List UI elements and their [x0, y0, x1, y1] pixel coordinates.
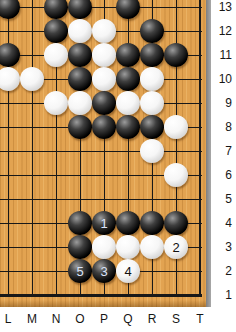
stone-black-L11[interactable] — [0, 43, 20, 67]
grid-line-col-T — [199, 0, 201, 296]
stone-white-P11[interactable] — [92, 43, 116, 67]
move-number-label-O2: 5 — [68, 259, 92, 283]
row-label-9: 9 — [211, 91, 232, 115]
grid-line-row-7 — [0, 151, 202, 152]
stone-white-R9[interactable] — [140, 91, 164, 115]
row-label-4: 4 — [211, 211, 232, 235]
stone-black-O8[interactable] — [68, 115, 92, 139]
stone-black-L13[interactable] — [0, 0, 20, 19]
col-label-S: S — [164, 309, 188, 329]
stone-white-S6[interactable] — [164, 163, 188, 187]
stone-white-R7[interactable] — [140, 139, 164, 163]
stone-white-O12[interactable] — [68, 19, 92, 43]
col-label-L: L — [0, 309, 20, 329]
stone-black-O11[interactable] — [68, 43, 92, 67]
move-number-label-S3: 2 — [164, 235, 188, 259]
stone-black-R12[interactable] — [140, 19, 164, 43]
stone-black-N13[interactable] — [44, 0, 68, 19]
stone-white-P10[interactable] — [92, 67, 116, 91]
row-label-11: 11 — [211, 43, 232, 67]
row-label-13: 13 — [211, 0, 232, 19]
row-label-10: 10 — [211, 67, 232, 91]
move-number-label-P2: 3 — [92, 259, 116, 283]
goban[interactable]: 12534 — [0, 0, 206, 307]
stone-black-Q13[interactable] — [116, 0, 140, 19]
stone-white-P12[interactable] — [92, 19, 116, 43]
stone-black-S4[interactable] — [164, 211, 188, 235]
col-label-T: T — [188, 309, 212, 329]
row-coordinate-labels: 13121110987654321 — [211, 0, 236, 307]
col-label-M: M — [20, 309, 44, 329]
grid-line-row-1 — [0, 294, 202, 297]
row-label-6: 6 — [211, 163, 232, 187]
col-label-R: R — [140, 309, 164, 329]
move-number-label-P4: 1 — [92, 211, 116, 235]
stone-white-L10[interactable] — [0, 67, 20, 91]
stone-white-Q9[interactable] — [116, 91, 140, 115]
stone-black-O13[interactable] — [68, 0, 92, 19]
stone-black-O10[interactable] — [68, 67, 92, 91]
row-label-3: 3 — [211, 235, 232, 259]
stone-white-R10[interactable] — [140, 67, 164, 91]
row-label-12: 12 — [211, 19, 232, 43]
stone-white-N9[interactable] — [44, 91, 68, 115]
stone-black-P9[interactable] — [92, 91, 116, 115]
stone-white-O9[interactable] — [68, 91, 92, 115]
col-label-Q: Q — [116, 309, 140, 329]
stone-white-M10[interactable] — [20, 67, 44, 91]
stone-white-Q3[interactable] — [116, 235, 140, 259]
stone-white-S8[interactable] — [164, 115, 188, 139]
row-label-1: 1 — [211, 283, 232, 307]
go-board-panel: 12534 13121110987654321 LMNOPQRST — [0, 0, 236, 332]
move-number-label-Q2: 4 — [116, 259, 140, 283]
stone-black-P8[interactable] — [92, 115, 116, 139]
col-label-N: N — [44, 309, 68, 329]
row-label-5: 5 — [211, 187, 232, 211]
row-label-7: 7 — [211, 139, 232, 163]
stone-black-O3[interactable] — [68, 235, 92, 259]
stone-black-P4[interactable]: 1 — [92, 211, 116, 235]
row-label-2: 2 — [211, 259, 232, 283]
stone-black-N12[interactable] — [44, 19, 68, 43]
stone-white-R3[interactable] — [140, 235, 164, 259]
board-bottom-edge — [0, 300, 206, 307]
stone-black-P2[interactable]: 3 — [92, 259, 116, 283]
stone-black-S11[interactable] — [164, 43, 188, 67]
stone-white-S3[interactable]: 2 — [164, 235, 188, 259]
stone-black-Q10[interactable] — [116, 67, 140, 91]
row-label-8: 8 — [211, 115, 232, 139]
grid-line-row-5 — [0, 199, 202, 200]
grid-line-row-13 — [0, 7, 202, 8]
stone-black-Q11[interactable] — [116, 43, 140, 67]
stone-white-N11[interactable] — [44, 43, 68, 67]
stone-white-Q2[interactable]: 4 — [116, 259, 140, 283]
stone-black-O4[interactable] — [68, 211, 92, 235]
stone-black-Q8[interactable] — [116, 115, 140, 139]
stone-black-R11[interactable] — [140, 43, 164, 67]
stone-black-R8[interactable] — [140, 115, 164, 139]
grid-line-col-M — [32, 0, 33, 296]
stone-white-P3[interactable] — [92, 235, 116, 259]
stone-black-Q4[interactable] — [116, 211, 140, 235]
stone-black-O2[interactable]: 5 — [68, 259, 92, 283]
col-label-O: O — [68, 309, 92, 329]
col-label-P: P — [92, 309, 116, 329]
stone-black-R4[interactable] — [140, 211, 164, 235]
column-coordinate-labels: LMNOPQRST — [0, 307, 236, 332]
